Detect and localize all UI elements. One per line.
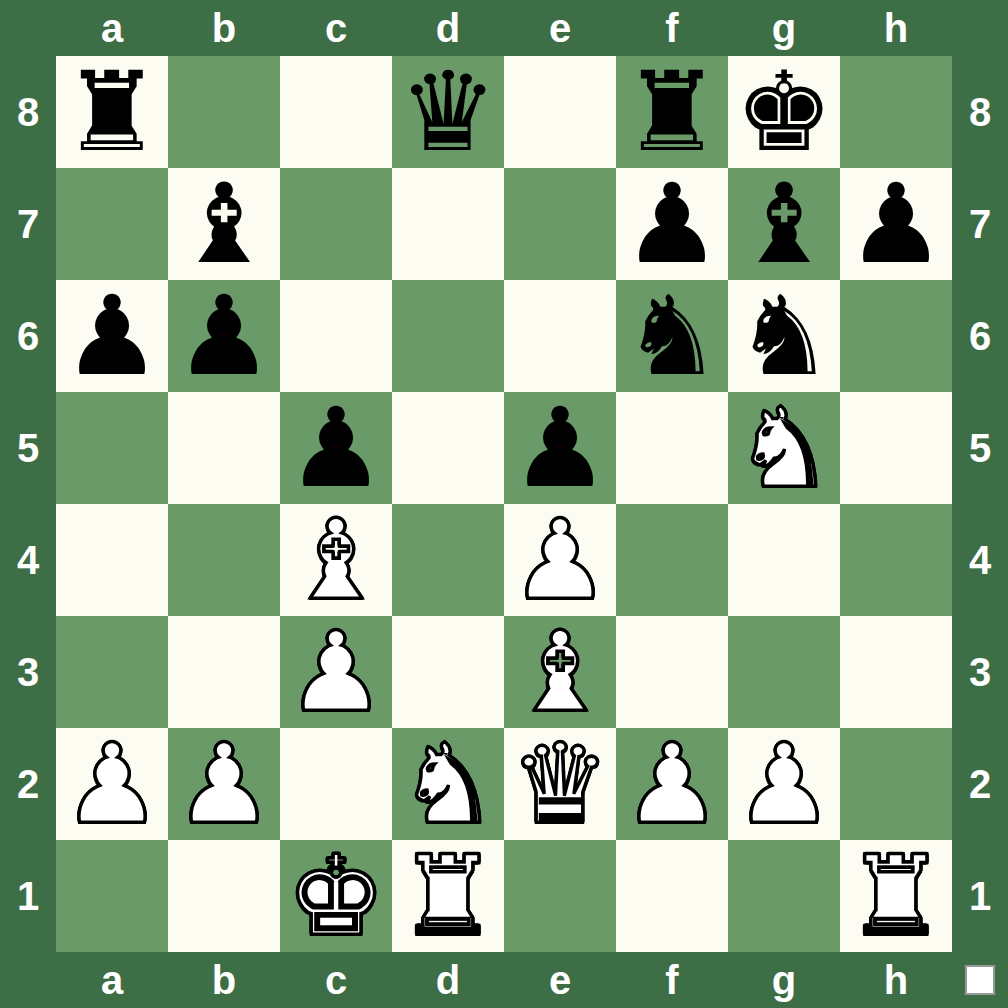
square-d1[interactable]: ♜ [392,840,504,952]
piece-black-pawn[interactable]: ♟ [63,280,162,392]
corner-bottom-right [952,952,1008,1008]
file-label-d-bottom: d [392,952,504,1008]
rank-label-5-left: 5 [0,392,56,504]
file-label-h-top: h [840,0,952,56]
rank-label-1-left: 1 [0,840,56,952]
square-d5[interactable] [392,392,504,504]
square-c8[interactable] [280,56,392,168]
square-c2[interactable] [280,728,392,840]
piece-black-knight[interactable]: ♞ [735,280,834,392]
square-c5[interactable]: ♟ [280,392,392,504]
piece-black-rook[interactable]: ♜ [63,56,162,168]
piece-black-pawn[interactable]: ♟ [175,280,274,392]
square-g7[interactable]: ♝ [728,168,840,280]
rank-label-1-right: 1 [952,840,1008,952]
square-d7[interactable] [392,168,504,280]
piece-white-bishop[interactable]: ♝ [287,504,386,616]
piece-black-king[interactable]: ♚ [735,56,834,168]
square-g1[interactable] [728,840,840,952]
rank-label-3-right: 3 [952,616,1008,728]
square-b3[interactable] [168,616,280,728]
square-b8[interactable] [168,56,280,168]
piece-black-pawn[interactable]: ♟ [623,168,722,280]
piece-white-bishop[interactable]: ♝ [511,616,610,728]
square-a5[interactable] [56,392,168,504]
square-f4[interactable] [616,504,728,616]
square-c1[interactable]: ♚ [280,840,392,952]
rank-label-8-left: 8 [0,56,56,168]
piece-black-rook[interactable]: ♜ [623,56,722,168]
square-e3[interactable]: ♝ [504,616,616,728]
file-label-d-top: d [392,0,504,56]
square-b2[interactable]: ♟ [168,728,280,840]
rank-label-4-left: 4 [0,504,56,616]
file-label-f-top: f [616,0,728,56]
file-label-b-top: b [168,0,280,56]
file-label-a-top: a [56,0,168,56]
square-c7[interactable] [280,168,392,280]
piece-white-king[interactable]: ♚ [287,840,386,952]
square-b6[interactable]: ♟ [168,280,280,392]
square-b4[interactable] [168,504,280,616]
file-label-f-bottom: f [616,952,728,1008]
rank-label-6-left: 6 [0,280,56,392]
white-to-move-indicator [965,965,995,995]
piece-white-rook[interactable]: ♜ [399,840,498,952]
piece-white-rook[interactable]: ♜ [847,840,946,952]
file-label-c-bottom: c [280,952,392,1008]
square-a8[interactable]: ♜ [56,56,168,168]
piece-white-pawn[interactable]: ♟ [287,616,386,728]
square-a4[interactable] [56,504,168,616]
corner-top-left [0,0,56,56]
square-h3[interactable] [840,616,952,728]
rank-label-3-left: 3 [0,616,56,728]
square-b5[interactable] [168,392,280,504]
square-c4[interactable]: ♝ [280,504,392,616]
piece-white-pawn[interactable]: ♟ [735,728,834,840]
square-e8[interactable] [504,56,616,168]
square-h5[interactable] [840,392,952,504]
square-e2[interactable]: ♛ [504,728,616,840]
piece-black-queen[interactable]: ♛ [399,56,498,168]
square-f8[interactable]: ♜ [616,56,728,168]
rank-label-7-right: 7 [952,168,1008,280]
square-e7[interactable] [504,168,616,280]
file-label-e-bottom: e [504,952,616,1008]
piece-black-pawn[interactable]: ♟ [847,168,946,280]
corner-top-right [952,0,1008,56]
square-a3[interactable] [56,616,168,728]
square-h1[interactable]: ♜ [840,840,952,952]
square-c3[interactable]: ♟ [280,616,392,728]
rank-label-2-right: 2 [952,728,1008,840]
rank-label-8-right: 8 [952,56,1008,168]
square-h4[interactable] [840,504,952,616]
piece-black-pawn[interactable]: ♟ [511,392,610,504]
square-h7[interactable]: ♟ [840,168,952,280]
square-d3[interactable] [392,616,504,728]
square-f1[interactable] [616,840,728,952]
square-b7[interactable]: ♝ [168,168,280,280]
corner-bottom-left [0,952,56,1008]
square-e1[interactable] [504,840,616,952]
square-e4[interactable]: ♟ [504,504,616,616]
file-label-b-bottom: b [168,952,280,1008]
piece-black-pawn[interactable]: ♟ [287,392,386,504]
square-b1[interactable] [168,840,280,952]
square-g6[interactable]: ♞ [728,280,840,392]
square-g5[interactable]: ♞ [728,392,840,504]
piece-white-knight[interactable]: ♞ [735,392,834,504]
square-e5[interactable]: ♟ [504,392,616,504]
rank-label-7-left: 7 [0,168,56,280]
square-f3[interactable] [616,616,728,728]
square-f7[interactable]: ♟ [616,168,728,280]
file-label-e-top: e [504,0,616,56]
piece-white-pawn[interactable]: ♟ [511,504,610,616]
square-a2[interactable]: ♟ [56,728,168,840]
square-g3[interactable] [728,616,840,728]
piece-white-knight[interactable]: ♞ [399,728,498,840]
square-a6[interactable]: ♟ [56,280,168,392]
piece-black-knight[interactable]: ♞ [623,280,722,392]
file-label-h-bottom: h [840,952,952,1008]
square-f5[interactable] [616,392,728,504]
file-label-g-top: g [728,0,840,56]
square-f2[interactable]: ♟ [616,728,728,840]
square-a7[interactable] [56,168,168,280]
square-e6[interactable] [504,280,616,392]
square-h8[interactable] [840,56,952,168]
chess-board: abcdefgh8♜♛♜♚87♝♟♝♟76♟♟♞♞65♟♟♞54♝♟43♟♝32… [0,0,1008,1008]
file-label-a-bottom: a [56,952,168,1008]
square-g4[interactable] [728,504,840,616]
rank-label-2-left: 2 [0,728,56,840]
rank-label-5-right: 5 [952,392,1008,504]
square-a1[interactable] [56,840,168,952]
piece-white-pawn[interactable]: ♟ [63,728,162,840]
piece-black-bishop[interactable]: ♝ [175,168,274,280]
rank-label-4-right: 4 [952,504,1008,616]
file-label-g-bottom: g [728,952,840,1008]
rank-label-6-right: 6 [952,280,1008,392]
square-f6[interactable]: ♞ [616,280,728,392]
piece-black-bishop[interactable]: ♝ [735,168,834,280]
piece-white-pawn[interactable]: ♟ [623,728,722,840]
square-c6[interactable] [280,280,392,392]
square-d8[interactable]: ♛ [392,56,504,168]
square-g2[interactable]: ♟ [728,728,840,840]
square-d6[interactable] [392,280,504,392]
square-g8[interactable]: ♚ [728,56,840,168]
square-h2[interactable] [840,728,952,840]
square-d4[interactable] [392,504,504,616]
piece-white-pawn[interactable]: ♟ [175,728,274,840]
file-label-c-top: c [280,0,392,56]
square-d2[interactable]: ♞ [392,728,504,840]
square-h6[interactable] [840,280,952,392]
piece-white-queen[interactable]: ♛ [511,728,610,840]
